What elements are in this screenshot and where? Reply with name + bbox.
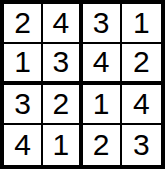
- cell-r4c1[interactable]: 4: [4, 125, 43, 165]
- cell-r2c2[interactable]: 3: [43, 44, 82, 84]
- cell-r1c2[interactable]: 4: [43, 4, 82, 44]
- cell-r3c4[interactable]: 4: [122, 85, 161, 125]
- cell-r1c4[interactable]: 1: [122, 4, 161, 44]
- cell-r2c4[interactable]: 2: [122, 44, 161, 84]
- cell-r3c1[interactable]: 3: [4, 85, 43, 125]
- cell-r4c4[interactable]: 3: [122, 125, 161, 165]
- cell-r1c3[interactable]: 3: [83, 4, 122, 44]
- cell-r4c3[interactable]: 2: [83, 125, 122, 165]
- cell-r3c2[interactable]: 2: [43, 85, 82, 125]
- cell-r4c2[interactable]: 1: [43, 125, 82, 165]
- cell-r1c1[interactable]: 2: [4, 4, 43, 44]
- cell-r3c3[interactable]: 1: [83, 85, 122, 125]
- sudoku-board: 2 4 3 1 1 3 4 2 3 2 1 4 4 1 2 3: [0, 0, 165, 169]
- cell-r2c1[interactable]: 1: [4, 44, 43, 84]
- cell-r2c3[interactable]: 4: [83, 44, 122, 84]
